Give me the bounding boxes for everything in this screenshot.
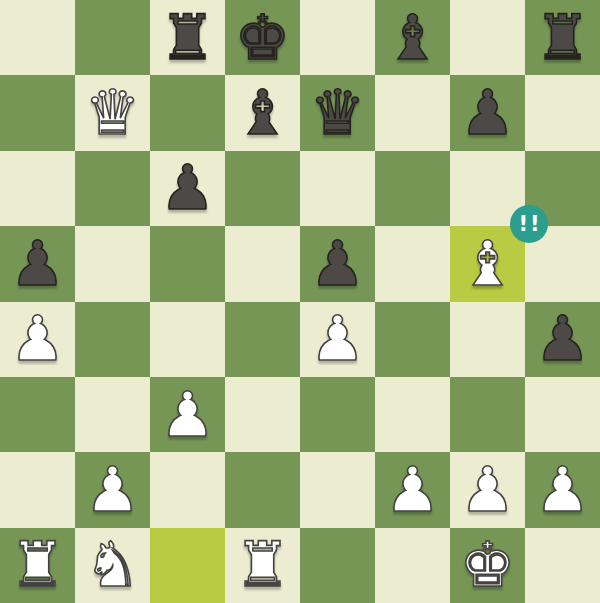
square-a4[interactable]: ♟: [0, 302, 75, 377]
square-g8[interactable]: [450, 0, 525, 75]
square-b4[interactable]: [75, 302, 150, 377]
square-d8[interactable]: ♚: [225, 0, 300, 75]
square-h4[interactable]: ♟: [525, 302, 600, 377]
white-pawn[interactable]: ♟: [310, 308, 366, 370]
square-f5[interactable]: [375, 226, 450, 301]
black-bishop[interactable]: ♝: [385, 7, 441, 69]
square-f1[interactable]: [375, 528, 450, 603]
black-pawn[interactable]: ♟: [160, 157, 216, 219]
square-c7[interactable]: [150, 75, 225, 150]
square-h2[interactable]: ♟: [525, 452, 600, 527]
black-pawn[interactable]: ♟: [460, 82, 516, 144]
square-e3[interactable]: [300, 377, 375, 452]
square-e1[interactable]: [300, 528, 375, 603]
black-bishop[interactable]: ♝: [235, 82, 291, 144]
square-a3[interactable]: [0, 377, 75, 452]
square-f3[interactable]: [375, 377, 450, 452]
black-pawn[interactable]: ♟: [10, 233, 66, 295]
square-d3[interactable]: [225, 377, 300, 452]
square-c5[interactable]: [150, 226, 225, 301]
white-rook[interactable]: ♜: [10, 534, 66, 596]
white-knight[interactable]: ♞: [85, 534, 141, 596]
square-f8[interactable]: ♝: [375, 0, 450, 75]
square-a5[interactable]: ♟: [0, 226, 75, 301]
square-f6[interactable]: [375, 151, 450, 226]
square-a8[interactable]: [0, 0, 75, 75]
square-h7[interactable]: [525, 75, 600, 150]
square-g2[interactable]: ♟: [450, 452, 525, 527]
square-b1[interactable]: ♞: [75, 528, 150, 603]
black-pawn[interactable]: ♟: [535, 308, 591, 370]
white-queen[interactable]: ♛: [85, 82, 141, 144]
square-e7[interactable]: ♛: [300, 75, 375, 150]
square-c6[interactable]: ♟: [150, 151, 225, 226]
square-f7[interactable]: [375, 75, 450, 150]
white-pawn[interactable]: ♟: [10, 308, 66, 370]
square-c1[interactable]: [150, 528, 225, 603]
square-g3[interactable]: [450, 377, 525, 452]
square-b8[interactable]: [75, 0, 150, 75]
black-king[interactable]: ♚: [235, 7, 291, 69]
white-bishop[interactable]: ♝: [460, 233, 516, 295]
square-a2[interactable]: [0, 452, 75, 527]
square-h1[interactable]: [525, 528, 600, 603]
square-c2[interactable]: [150, 452, 225, 527]
square-c8[interactable]: ♜: [150, 0, 225, 75]
square-h3[interactable]: [525, 377, 600, 452]
white-pawn[interactable]: ♟: [385, 459, 441, 521]
square-e4[interactable]: ♟: [300, 302, 375, 377]
white-pawn[interactable]: ♟: [460, 459, 516, 521]
square-d1[interactable]: ♜: [225, 528, 300, 603]
square-d6[interactable]: [225, 151, 300, 226]
square-a1[interactable]: ♜: [0, 528, 75, 603]
square-b5[interactable]: [75, 226, 150, 301]
chess-board: ♜♚♝♜♛♝♛♟♟♟♟♝♟♟♟♟♟♟♟♟♜♞♜♚!!: [0, 0, 600, 603]
black-rook[interactable]: ♜: [535, 7, 591, 69]
square-g1[interactable]: ♚: [450, 528, 525, 603]
square-g4[interactable]: [450, 302, 525, 377]
square-a6[interactable]: [0, 151, 75, 226]
square-g7[interactable]: ♟: [450, 75, 525, 150]
square-d5[interactable]: [225, 226, 300, 301]
square-c4[interactable]: [150, 302, 225, 377]
square-d2[interactable]: [225, 452, 300, 527]
black-rook[interactable]: ♜: [160, 7, 216, 69]
square-b2[interactable]: ♟: [75, 452, 150, 527]
square-e2[interactable]: [300, 452, 375, 527]
white-king[interactable]: ♚: [460, 534, 516, 596]
square-c3[interactable]: ♟: [150, 377, 225, 452]
white-pawn[interactable]: ♟: [535, 459, 591, 521]
white-rook[interactable]: ♜: [235, 534, 291, 596]
square-h8[interactable]: ♜: [525, 0, 600, 75]
square-d7[interactable]: ♝: [225, 75, 300, 150]
black-queen[interactable]: ♛: [310, 82, 366, 144]
square-f4[interactable]: [375, 302, 450, 377]
square-f2[interactable]: ♟: [375, 452, 450, 527]
square-e6[interactable]: [300, 151, 375, 226]
square-d4[interactable]: [225, 302, 300, 377]
square-a7[interactable]: [0, 75, 75, 150]
square-g5[interactable]: ♝: [450, 226, 525, 301]
black-pawn[interactable]: ♟: [310, 233, 366, 295]
brilliant-move-badge: !!: [510, 205, 548, 243]
square-b7[interactable]: ♛: [75, 75, 150, 150]
square-b3[interactable]: [75, 377, 150, 452]
square-b6[interactable]: [75, 151, 150, 226]
white-pawn[interactable]: ♟: [160, 384, 216, 446]
square-e5[interactable]: ♟: [300, 226, 375, 301]
white-pawn[interactable]: ♟: [85, 459, 141, 521]
square-e8[interactable]: [300, 0, 375, 75]
